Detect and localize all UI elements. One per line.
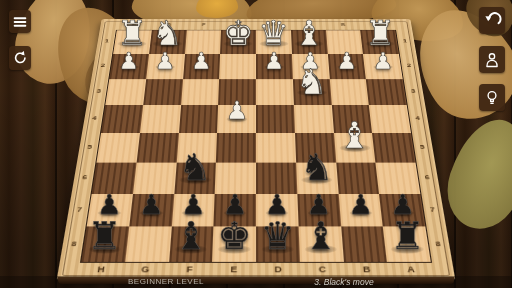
white-pawn-f2[interactable]: ♟ — [191, 49, 212, 72]
coordinate-label: 2 — [403, 63, 415, 68]
coordinate-label: D — [256, 266, 300, 275]
hint-button[interactable] — [479, 84, 505, 111]
coordinate-label: 7 — [72, 207, 86, 214]
square-f3[interactable] — [181, 79, 220, 105]
black-pawn-b7[interactable]: ♟ — [348, 191, 373, 218]
square-g4[interactable] — [140, 105, 181, 133]
black-bishop-f8[interactable]: ♝ — [174, 218, 208, 256]
coordinate-label: F — [167, 266, 212, 275]
opponent-mode-button[interactable] — [479, 46, 505, 73]
white-pawn-e4[interactable]: ♟ — [226, 100, 248, 125]
square-h4[interactable] — [101, 105, 143, 133]
square-h5[interactable] — [96, 133, 139, 162]
leaf — [436, 110, 512, 239]
square-d3[interactable] — [256, 79, 294, 105]
coordinate-label: 6 — [420, 174, 434, 180]
chess-app-screen: HHGGFFEEDDCCBBAA1122334455667788 ♜♝♛♚♞♜♟… — [0, 0, 512, 288]
white-pawn-a2[interactable]: ♟ — [373, 49, 394, 72]
coordinate-label: 3 — [93, 89, 105, 94]
white-pawn-g2[interactable]: ♟ — [155, 49, 176, 72]
white-bishop-b5[interactable]: ♝ — [338, 118, 371, 154]
coordinate-label: A — [388, 266, 433, 275]
square-a4[interactable] — [369, 105, 411, 133]
white-knight-g1[interactable]: ♞ — [152, 15, 183, 49]
hamburger-icon — [12, 14, 28, 30]
player-icon — [483, 51, 501, 69]
menu-button[interactable] — [9, 10, 31, 33]
move-status: 3. Black's move — [274, 277, 414, 287]
coordinate-label: B — [325, 23, 360, 27]
coordinate-label: E — [212, 266, 256, 275]
coordinate-label: 3 — [407, 89, 419, 94]
undo-arrow-icon — [483, 11, 502, 30]
black-knight-f6[interactable]: ♞ — [178, 149, 211, 186]
black-knight-c6[interactable]: ♞ — [300, 149, 333, 186]
black-rook-h8[interactable]: ♜ — [87, 218, 121, 256]
coordinate-label: G — [123, 266, 168, 275]
black-rook-a8[interactable]: ♜ — [390, 218, 424, 256]
coordinate-label: 1 — [399, 39, 411, 44]
coordinate-label: F — [186, 23, 221, 27]
coordinate-label: 4 — [88, 116, 101, 122]
square-e5[interactable] — [216, 133, 256, 162]
white-rook-h1[interactable]: ♜ — [117, 15, 148, 49]
coordinate-label: 4 — [411, 116, 424, 122]
lightbulb-icon — [483, 89, 501, 107]
coordinate-label: B — [344, 266, 389, 275]
white-pawn-d2[interactable]: ♟ — [264, 49, 285, 72]
coordinate-label: 1 — [101, 39, 113, 44]
square-c4[interactable] — [294, 105, 334, 133]
square-e2[interactable] — [219, 54, 256, 79]
coordinate-label: 6 — [78, 174, 92, 180]
square-f4[interactable] — [179, 105, 219, 133]
white-pawn-b2[interactable]: ♟ — [336, 49, 357, 72]
status-bar: BEGINNER LEVEL 3. Black's move — [0, 276, 512, 288]
square-g8[interactable] — [125, 227, 171, 262]
coordinate-label: H — [78, 266, 123, 275]
square-a5[interactable] — [372, 133, 415, 162]
square-d5[interactable] — [256, 133, 296, 162]
white-king-e1[interactable]: ♚ — [223, 15, 254, 49]
coordinate-label: 7 — [426, 207, 440, 214]
coordinate-label: C — [300, 266, 345, 275]
coordinate-label: 5 — [416, 144, 429, 150]
coordinate-label: 2 — [97, 63, 109, 68]
square-a3[interactable] — [366, 79, 407, 105]
black-king-e8[interactable]: ♚ — [217, 218, 251, 256]
square-h3[interactable] — [105, 79, 146, 105]
new-game-button[interactable] — [9, 46, 31, 70]
coordinate-label: 8 — [431, 241, 446, 248]
square-g3[interactable] — [143, 79, 183, 105]
square-d4[interactable] — [256, 105, 295, 133]
square-b8[interactable] — [341, 227, 387, 262]
white-knight-c3[interactable]: ♞ — [296, 63, 328, 98]
undo-button[interactable] — [479, 7, 505, 34]
level-label: BEGINNER LEVEL — [96, 277, 236, 287]
black-queen-d8[interactable]: ♛ — [261, 218, 295, 256]
white-bishop-c1[interactable]: ♝ — [294, 15, 325, 49]
coordinate-label: 5 — [83, 144, 96, 150]
white-pawn-h2[interactable]: ♟ — [118, 49, 139, 72]
square-g5[interactable] — [136, 133, 178, 162]
coordinate-label: 8 — [67, 241, 82, 248]
white-rook-a1[interactable]: ♜ — [365, 15, 396, 49]
restart-icon — [12, 50, 28, 66]
black-pawn-g7[interactable]: ♟ — [139, 191, 164, 218]
white-queen-d1[interactable]: ♛ — [258, 15, 289, 49]
black-bishop-c8[interactable]: ♝ — [304, 218, 338, 256]
square-b3[interactable] — [329, 79, 369, 105]
